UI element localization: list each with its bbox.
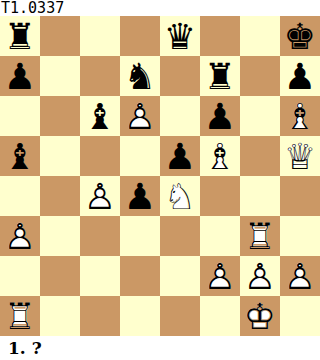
square-f6[interactable]: ♟ — [200, 96, 240, 136]
square-b4[interactable] — [40, 176, 80, 216]
white-pawn-icon: ♙ — [200, 256, 240, 296]
square-a1[interactable]: ♜♖ — [0, 296, 40, 336]
black-king-icon: ♚ — [280, 16, 320, 56]
square-g3[interactable]: ♜♖ — [240, 216, 280, 256]
white-pawn-icon: ♙ — [240, 256, 280, 296]
square-f8[interactable] — [200, 16, 240, 56]
square-d1[interactable] — [120, 296, 160, 336]
square-b7[interactable] — [40, 56, 80, 96]
white-pawn-icon: ♙ — [0, 216, 40, 256]
square-c4[interactable]: ♟♙ — [80, 176, 120, 216]
move-prompt: 1. ? — [0, 336, 320, 358]
square-f4[interactable] — [200, 176, 240, 216]
square-a7[interactable]: ♟ — [0, 56, 40, 96]
puzzle-id: T1.0337 — [0, 0, 320, 16]
white-bishop-icon: ♗ — [280, 96, 320, 136]
square-b3[interactable] — [40, 216, 80, 256]
square-b6[interactable] — [40, 96, 80, 136]
square-c5[interactable] — [80, 136, 120, 176]
black-knight-icon: ♞ — [120, 56, 160, 96]
square-b8[interactable] — [40, 16, 80, 56]
chess-puzzle-page: T1.0337 ♜♛♚♟♞♜♟♝♟♙♟♝♗♝♟♝♗♛♕♟♙♟♞♘♟♙♜♖♟♙♟♙… — [0, 0, 320, 360]
square-e5[interactable]: ♟ — [160, 136, 200, 176]
square-d7[interactable]: ♞ — [120, 56, 160, 96]
square-e7[interactable] — [160, 56, 200, 96]
white-pawn-icon: ♙ — [80, 176, 120, 216]
white-king-icon: ♔ — [240, 296, 280, 336]
square-f2[interactable]: ♟♙ — [200, 256, 240, 296]
square-e4[interactable]: ♞♘ — [160, 176, 200, 216]
square-g6[interactable] — [240, 96, 280, 136]
square-a5[interactable]: ♝ — [0, 136, 40, 176]
white-queen-icon: ♕ — [280, 136, 320, 176]
white-pawn-icon: ♙ — [280, 256, 320, 296]
square-f1[interactable] — [200, 296, 240, 336]
black-rook-icon: ♜ — [0, 16, 40, 56]
black-pawn-icon: ♟ — [160, 136, 200, 176]
black-pawn-icon: ♟ — [0, 56, 40, 96]
square-d5[interactable] — [120, 136, 160, 176]
white-knight-icon: ♘ — [160, 176, 200, 216]
white-pawn-icon: ♙ — [120, 96, 160, 136]
square-f5[interactable]: ♝♗ — [200, 136, 240, 176]
square-g8[interactable] — [240, 16, 280, 56]
square-h1[interactable] — [280, 296, 320, 336]
square-c6[interactable]: ♝ — [80, 96, 120, 136]
black-bishop-icon: ♝ — [80, 96, 120, 136]
black-pawn-icon: ♟ — [200, 96, 240, 136]
square-d3[interactable] — [120, 216, 160, 256]
square-h2[interactable]: ♟♙ — [280, 256, 320, 296]
square-c3[interactable] — [80, 216, 120, 256]
square-h6[interactable]: ♝♗ — [280, 96, 320, 136]
square-g4[interactable] — [240, 176, 280, 216]
white-rook-icon: ♖ — [0, 296, 40, 336]
square-e3[interactable] — [160, 216, 200, 256]
square-e1[interactable] — [160, 296, 200, 336]
square-e2[interactable] — [160, 256, 200, 296]
black-bishop-icon: ♝ — [0, 136, 40, 176]
square-c8[interactable] — [80, 16, 120, 56]
square-g1[interactable]: ♚♔ — [240, 296, 280, 336]
square-g7[interactable] — [240, 56, 280, 96]
square-b5[interactable] — [40, 136, 80, 176]
square-a6[interactable] — [0, 96, 40, 136]
square-h8[interactable]: ♚ — [280, 16, 320, 56]
white-rook-icon: ♖ — [240, 216, 280, 256]
square-a2[interactable] — [0, 256, 40, 296]
black-pawn-icon: ♟ — [120, 176, 160, 216]
chess-board: ♜♛♚♟♞♜♟♝♟♙♟♝♗♝♟♝♗♛♕♟♙♟♞♘♟♙♜♖♟♙♟♙♟♙♜♖♚♔ — [0, 16, 320, 336]
square-d4[interactable]: ♟ — [120, 176, 160, 216]
white-bishop-icon: ♗ — [200, 136, 240, 176]
square-c2[interactable] — [80, 256, 120, 296]
square-d2[interactable] — [120, 256, 160, 296]
square-g2[interactable]: ♟♙ — [240, 256, 280, 296]
square-f7[interactable]: ♜ — [200, 56, 240, 96]
black-rook-icon: ♜ — [200, 56, 240, 96]
square-h4[interactable] — [280, 176, 320, 216]
square-f3[interactable] — [200, 216, 240, 256]
square-g5[interactable] — [240, 136, 280, 176]
square-b2[interactable] — [40, 256, 80, 296]
square-a8[interactable]: ♜ — [0, 16, 40, 56]
square-h7[interactable]: ♟ — [280, 56, 320, 96]
black-queen-icon: ♛ — [160, 16, 200, 56]
square-e6[interactable] — [160, 96, 200, 136]
square-d8[interactable] — [120, 16, 160, 56]
square-a4[interactable] — [0, 176, 40, 216]
square-h3[interactable] — [280, 216, 320, 256]
square-c1[interactable] — [80, 296, 120, 336]
square-b1[interactable] — [40, 296, 80, 336]
black-pawn-icon: ♟ — [280, 56, 320, 96]
square-e8[interactable]: ♛ — [160, 16, 200, 56]
square-a3[interactable]: ♟♙ — [0, 216, 40, 256]
square-d6[interactable]: ♟♙ — [120, 96, 160, 136]
square-h5[interactable]: ♛♕ — [280, 136, 320, 176]
square-c7[interactable] — [80, 56, 120, 96]
